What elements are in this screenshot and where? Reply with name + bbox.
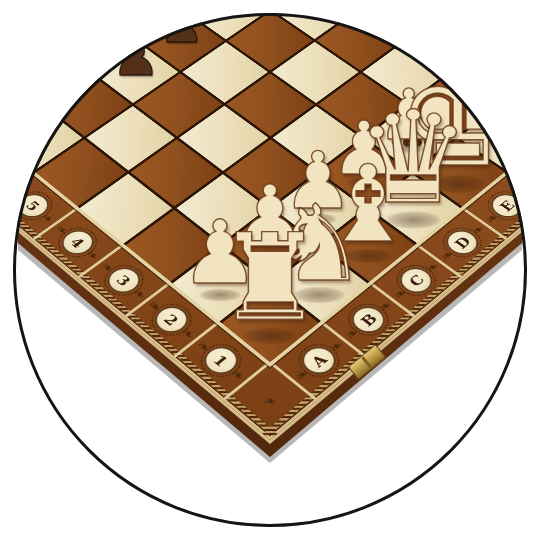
square-g1[interactable] <box>501 73 527 136</box>
black-pawn-e6[interactable]: ♟ <box>206 13 247 20</box>
chessboard-photo: 1❧❧2❧❧3❧❧4❧❧5❧❧6❧❧7❧❧8❧❧❧ A❧❧B❧❧C❧❧D❧❧E❧… <box>13 13 527 527</box>
square-h3[interactable] <box>447 13 527 39</box>
pyrography-ornament: ❧ <box>525 175 527 190</box>
black-pawn-d6[interactable]: ♟ <box>160 13 205 50</box>
square-c8[interactable] <box>13 13 93 39</box>
square-b7[interactable] <box>13 42 88 103</box>
square-h2[interactable] <box>494 13 527 71</box>
black-pawn-c6[interactable]: ♟ <box>112 30 160 84</box>
pyrography-ornament: ❧ <box>13 175 15 190</box>
photo-scene: 1❧❧2❧❧3❧❧4❧❧5❧❧6❧❧7❧❧8❧❧❧ A❧❧B❧❧C❧❧D❧❧E❧… <box>13 13 527 527</box>
page-background: 1❧❧2❧❧3❧❧4❧❧5❧❧6❧❧7❧❧8❧❧❧ A❧❧B❧❧C❧❧D❧❧E❧… <box>0 0 540 540</box>
square-b8[interactable] <box>13 13 46 71</box>
white-rook-a1[interactable]: ♜ <box>216 218 324 338</box>
square-a7[interactable] <box>13 73 39 136</box>
square-g2[interactable] <box>452 42 527 103</box>
pyrography-ornament: ❧ <box>263 393 276 408</box>
